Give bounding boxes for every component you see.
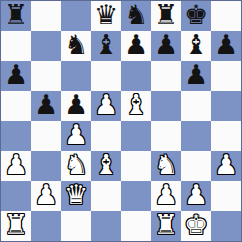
black-queen[interactable]: ♛ — [94, 1, 118, 30]
chess-board-frame: ♜♛♞♜♚♞♝♟♟♝♟♟♟♟♟♟♝♟♟♞♝♞♟♟♛♟♟♜♜♚ — [0, 0, 242, 242]
square-d4[interactable] — [91, 121, 121, 151]
black-knight[interactable]: ♞ — [64, 31, 88, 60]
white-king[interactable]: ♚ — [184, 211, 208, 240]
white-pawn[interactable]: ♟ — [214, 151, 238, 180]
square-e1[interactable] — [121, 211, 151, 241]
black-pawn[interactable]: ♟ — [214, 31, 238, 60]
white-knight[interactable]: ♞ — [64, 151, 88, 180]
square-a2[interactable] — [1, 181, 31, 211]
square-b7[interactable] — [31, 31, 61, 61]
black-pawn[interactable]: ♟ — [4, 61, 28, 90]
black-pawn[interactable]: ♟ — [64, 91, 88, 120]
black-bishop[interactable]: ♝ — [184, 31, 208, 60]
square-h2[interactable] — [211, 181, 241, 211]
square-e2[interactable] — [121, 181, 151, 211]
square-f7[interactable]: ♟ — [151, 31, 181, 61]
square-b3[interactable] — [31, 151, 61, 181]
square-h5[interactable] — [211, 91, 241, 121]
square-f4[interactable] — [151, 121, 181, 151]
chess-board: ♜♛♞♜♚♞♝♟♟♝♟♟♟♟♟♟♝♟♟♞♝♞♟♟♛♟♟♜♜♚ — [1, 1, 241, 241]
square-d2[interactable] — [91, 181, 121, 211]
square-c2[interactable]: ♛ — [61, 181, 91, 211]
square-f5[interactable] — [151, 91, 181, 121]
square-g1[interactable]: ♚ — [181, 211, 211, 241]
square-h4[interactable] — [211, 121, 241, 151]
white-pawn[interactable]: ♟ — [184, 181, 208, 210]
square-h3[interactable]: ♟ — [211, 151, 241, 181]
square-f6[interactable] — [151, 61, 181, 91]
square-f8[interactable]: ♜ — [151, 1, 181, 31]
square-d1[interactable] — [91, 211, 121, 241]
square-a1[interactable]: ♜ — [1, 211, 31, 241]
square-d3[interactable]: ♝ — [91, 151, 121, 181]
square-h6[interactable] — [211, 61, 241, 91]
square-a8[interactable]: ♜ — [1, 1, 31, 31]
square-c7[interactable]: ♞ — [61, 31, 91, 61]
square-a6[interactable]: ♟ — [1, 61, 31, 91]
black-knight[interactable]: ♞ — [124, 1, 148, 30]
square-b5[interactable]: ♟ — [31, 91, 61, 121]
square-a3[interactable]: ♟ — [1, 151, 31, 181]
square-c8[interactable] — [61, 1, 91, 31]
white-knight[interactable]: ♞ — [154, 151, 178, 180]
square-b6[interactable] — [31, 61, 61, 91]
white-bishop[interactable]: ♝ — [124, 91, 148, 120]
black-pawn[interactable]: ♟ — [34, 91, 58, 120]
square-e8[interactable]: ♞ — [121, 1, 151, 31]
square-g2[interactable]: ♟ — [181, 181, 211, 211]
square-b8[interactable] — [31, 1, 61, 31]
black-pawn[interactable]: ♟ — [124, 31, 148, 60]
white-pawn[interactable]: ♟ — [4, 151, 28, 180]
square-e4[interactable] — [121, 121, 151, 151]
white-pawn[interactable]: ♟ — [94, 91, 118, 120]
black-bishop[interactable]: ♝ — [94, 31, 118, 60]
square-f2[interactable]: ♟ — [151, 181, 181, 211]
square-e7[interactable]: ♟ — [121, 31, 151, 61]
square-c4[interactable]: ♟ — [61, 121, 91, 151]
square-b1[interactable] — [31, 211, 61, 241]
square-e5[interactable]: ♝ — [121, 91, 151, 121]
square-a4[interactable] — [1, 121, 31, 151]
square-h1[interactable] — [211, 211, 241, 241]
square-g6[interactable]: ♟ — [181, 61, 211, 91]
square-a7[interactable] — [1, 31, 31, 61]
white-queen[interactable]: ♛ — [64, 181, 88, 210]
square-e3[interactable] — [121, 151, 151, 181]
square-d7[interactable]: ♝ — [91, 31, 121, 61]
square-d5[interactable]: ♟ — [91, 91, 121, 121]
square-g5[interactable] — [181, 91, 211, 121]
square-c5[interactable]: ♟ — [61, 91, 91, 121]
square-g4[interactable] — [181, 121, 211, 151]
square-b2[interactable]: ♟ — [31, 181, 61, 211]
square-f1[interactable]: ♜ — [151, 211, 181, 241]
square-g8[interactable]: ♚ — [181, 1, 211, 31]
white-pawn[interactable]: ♟ — [64, 121, 88, 150]
square-c1[interactable] — [61, 211, 91, 241]
square-b4[interactable] — [31, 121, 61, 151]
white-rook[interactable]: ♜ — [154, 211, 178, 240]
square-d6[interactable] — [91, 61, 121, 91]
square-c3[interactable]: ♞ — [61, 151, 91, 181]
black-pawn[interactable]: ♟ — [184, 61, 208, 90]
white-pawn[interactable]: ♟ — [34, 181, 58, 210]
white-rook[interactable]: ♜ — [4, 211, 28, 240]
white-bishop[interactable]: ♝ — [94, 151, 118, 180]
square-d8[interactable]: ♛ — [91, 1, 121, 31]
square-h8[interactable] — [211, 1, 241, 31]
square-a5[interactable] — [1, 91, 31, 121]
square-f3[interactable]: ♞ — [151, 151, 181, 181]
square-g7[interactable]: ♝ — [181, 31, 211, 61]
square-h7[interactable]: ♟ — [211, 31, 241, 61]
square-g3[interactable] — [181, 151, 211, 181]
square-c6[interactable] — [61, 61, 91, 91]
black-pawn[interactable]: ♟ — [154, 31, 178, 60]
black-rook[interactable]: ♜ — [154, 1, 178, 30]
black-rook[interactable]: ♜ — [4, 1, 28, 30]
black-king[interactable]: ♚ — [184, 1, 208, 30]
square-e6[interactable] — [121, 61, 151, 91]
white-pawn[interactable]: ♟ — [154, 181, 178, 210]
